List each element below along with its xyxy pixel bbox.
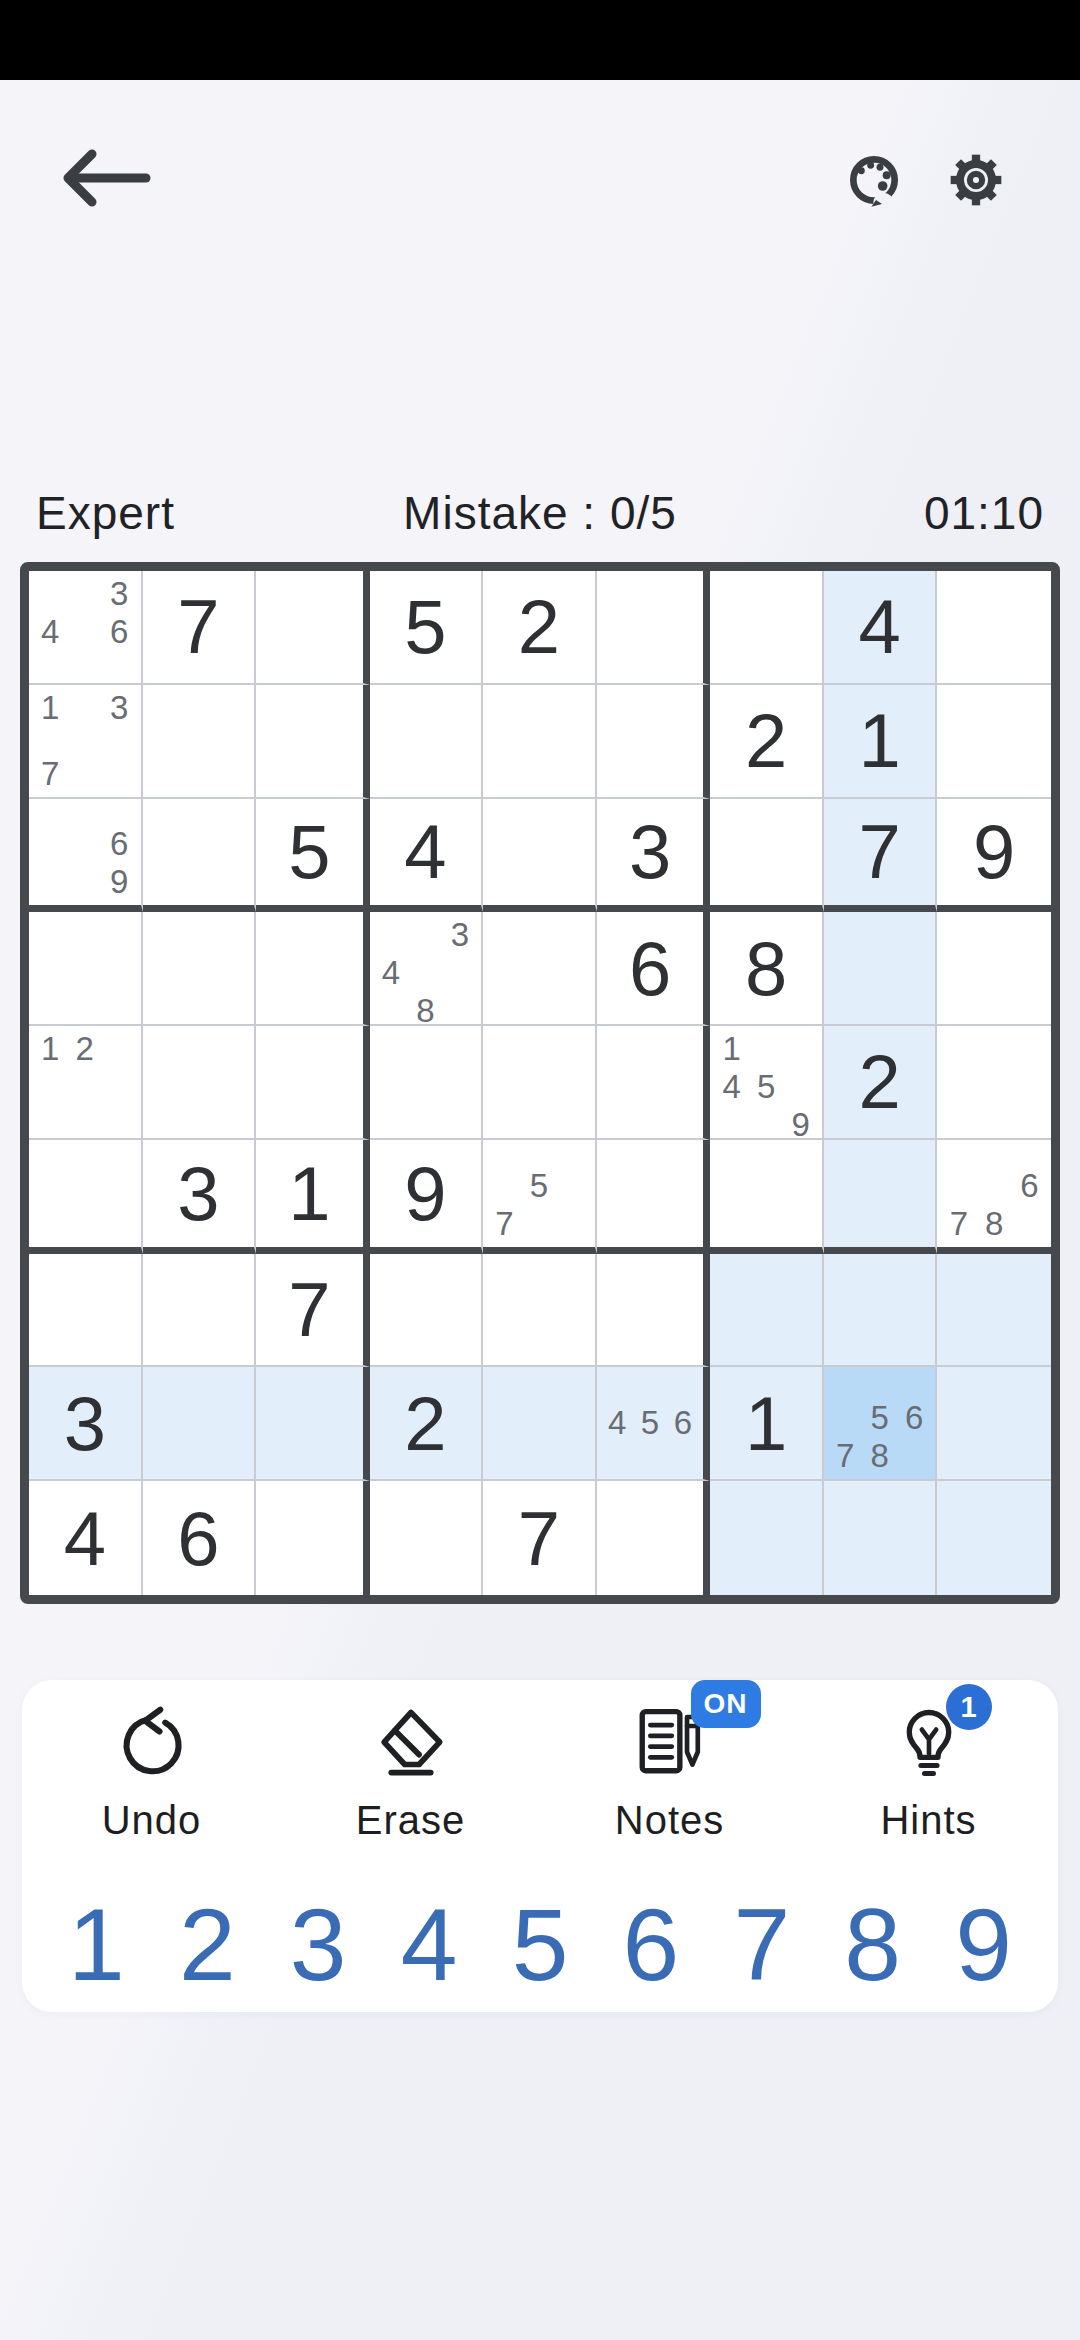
cell-r1c1[interactable]: 346 (29, 571, 143, 685)
sudoku-board: 3467524137216954379348681214592319576787… (20, 562, 1060, 1604)
cell-r7c1[interactable] (29, 1254, 143, 1368)
cell-r7c2[interactable] (143, 1254, 257, 1368)
numpad-key-6[interactable]: 6 (623, 1894, 680, 1996)
numpad-key-8[interactable]: 8 (844, 1894, 901, 1996)
cell-r8c8[interactable]: 5678 (824, 1367, 938, 1481)
cell-r4c1[interactable] (29, 912, 143, 1026)
cell-r6c7[interactable] (710, 1140, 824, 1254)
cell-r2c6[interactable] (597, 685, 711, 799)
cell-r2c7[interactable]: 2 (710, 685, 824, 799)
difficulty-label: Expert (36, 486, 403, 540)
cell-r2c5[interactable] (483, 685, 597, 799)
erase-button[interactable]: Erase (281, 1700, 540, 1843)
cell-r5c3[interactable] (256, 1026, 370, 1140)
cell-r2c9[interactable] (937, 685, 1051, 799)
cell-r7c6[interactable] (597, 1254, 711, 1368)
cell-r1c5[interactable]: 2 (483, 571, 597, 685)
cell-r5c6[interactable] (597, 1026, 711, 1140)
back-arrow-icon (58, 142, 154, 214)
hints-count-badge: 1 (946, 1684, 992, 1730)
cell-r4c5[interactable] (483, 912, 597, 1026)
cell-r4c8[interactable] (824, 912, 938, 1026)
status-bar (0, 0, 1080, 80)
cell-r5c1[interactable]: 12 (29, 1026, 143, 1140)
cell-r8c1[interactable]: 3 (29, 1367, 143, 1481)
control-panel: Undo Erase (22, 1680, 1058, 2012)
cell-r9c2[interactable]: 6 (143, 1481, 257, 1595)
back-button[interactable] (58, 142, 154, 214)
hints-label: Hints (880, 1798, 976, 1843)
cell-r3c5[interactable] (483, 799, 597, 913)
cell-r6c9[interactable]: 678 (937, 1140, 1051, 1254)
eraser-icon (368, 1700, 454, 1786)
cell-r5c5[interactable] (483, 1026, 597, 1140)
theme-button[interactable] (842, 148, 906, 212)
game-info-bar: Expert Mistake : 0/5 01:10 (0, 486, 1080, 540)
cell-r3c1[interactable]: 69 (29, 799, 143, 913)
numpad-key-1[interactable]: 1 (68, 1894, 125, 1996)
cell-r9c7[interactable] (710, 1481, 824, 1595)
cell-r6c1[interactable] (29, 1140, 143, 1254)
palette-icon (842, 148, 906, 212)
hints-button[interactable]: 1 Hints (799, 1700, 1058, 1843)
erase-label: Erase (356, 1798, 466, 1843)
cell-r8c4[interactable]: 2 (370, 1367, 484, 1481)
cell-r7c4[interactable] (370, 1254, 484, 1368)
numpad-key-5[interactable]: 5 (512, 1894, 569, 1996)
cell-r8c5[interactable] (483, 1367, 597, 1481)
timer: 01:10 (677, 486, 1044, 540)
numpad-key-4[interactable]: 4 (401, 1894, 458, 1996)
cell-r7c3[interactable]: 7 (256, 1254, 370, 1368)
cell-r9c4[interactable] (370, 1481, 484, 1595)
cell-r4c7[interactable]: 8 (710, 912, 824, 1026)
cell-r9c3[interactable] (256, 1481, 370, 1595)
cell-r6c3[interactable]: 1 (256, 1140, 370, 1254)
cell-r2c2[interactable] (143, 685, 257, 799)
cell-r1c6[interactable] (597, 571, 711, 685)
cell-r5c4[interactable] (370, 1026, 484, 1140)
cell-r6c5[interactable]: 57 (483, 1140, 597, 1254)
cell-r3c6[interactable]: 3 (597, 799, 711, 913)
cell-r4c6[interactable]: 6 (597, 912, 711, 1026)
cell-r4c4[interactable]: 348 (370, 912, 484, 1026)
cell-r5c2[interactable] (143, 1026, 257, 1140)
cell-r3c7[interactable] (710, 799, 824, 913)
cell-r3c3[interactable]: 5 (256, 799, 370, 913)
gear-icon (944, 148, 1008, 212)
cell-r6c2[interactable]: 3 (143, 1140, 257, 1254)
notes-on-badge: ON (691, 1680, 761, 1728)
mistake-counter: Mistake : 0/5 (403, 486, 677, 540)
cell-r8c7[interactable]: 1 (710, 1367, 824, 1481)
numpad-key-2[interactable]: 2 (179, 1894, 236, 1996)
cell-r1c8[interactable]: 4 (824, 571, 938, 685)
cell-r6c8[interactable] (824, 1140, 938, 1254)
cell-r8c9[interactable] (937, 1367, 1051, 1481)
undo-button[interactable]: Undo (22, 1700, 281, 1843)
cell-r4c2[interactable] (143, 912, 257, 1026)
cell-r3c9[interactable]: 9 (937, 799, 1051, 913)
sudoku-app-screen: Expert Mistake : 0/5 01:10 3467524137216… (0, 0, 1080, 2340)
cell-r9c6[interactable] (597, 1481, 711, 1595)
cell-r3c4[interactable]: 4 (370, 799, 484, 913)
cell-r5c9[interactable] (937, 1026, 1051, 1140)
cell-r7c9[interactable] (937, 1254, 1051, 1368)
cell-r7c8[interactable] (824, 1254, 938, 1368)
cell-r8c3[interactable] (256, 1367, 370, 1481)
cell-r4c9[interactable] (937, 912, 1051, 1026)
cell-r2c1[interactable]: 137 (29, 685, 143, 799)
undo-icon (109, 1700, 195, 1786)
cell-r6c6[interactable] (597, 1140, 711, 1254)
cell-r2c3[interactable] (256, 685, 370, 799)
cell-r3c8[interactable]: 7 (824, 799, 938, 913)
cell-r9c8[interactable] (824, 1481, 938, 1595)
notes-button[interactable]: ON Notes (540, 1700, 799, 1843)
cell-r3c2[interactable] (143, 799, 257, 913)
cell-r8c6[interactable]: 456 (597, 1367, 711, 1481)
cell-r7c7[interactable] (710, 1254, 824, 1368)
cell-r1c9[interactable] (937, 571, 1051, 685)
number-pad: 1 2 3 4 5 6 7 8 9 (68, 1894, 1012, 1996)
cell-r7c5[interactable] (483, 1254, 597, 1368)
cell-r9c9[interactable] (937, 1481, 1051, 1595)
cell-r9c1[interactable]: 4 (29, 1481, 143, 1595)
cell-r6c4[interactable]: 9 (370, 1140, 484, 1254)
cell-r1c4[interactable]: 5 (370, 571, 484, 685)
numpad-key-7[interactable]: 7 (733, 1894, 790, 1996)
cell-r5c7[interactable]: 1459 (710, 1026, 824, 1140)
numpad-key-9[interactable]: 9 (955, 1894, 1012, 1996)
cell-r1c2[interactable]: 7 (143, 571, 257, 685)
cell-r5c8[interactable]: 2 (824, 1026, 938, 1140)
cell-r1c7[interactable] (710, 571, 824, 685)
cell-r4c3[interactable] (256, 912, 370, 1026)
cell-r2c4[interactable] (370, 685, 484, 799)
settings-button[interactable] (944, 148, 1008, 212)
cell-r8c2[interactable] (143, 1367, 257, 1481)
undo-label: Undo (102, 1798, 202, 1843)
numpad-key-3[interactable]: 3 (290, 1894, 347, 1996)
tool-row: Undo Erase (22, 1680, 1058, 1843)
cell-r2c8[interactable]: 1 (824, 685, 938, 799)
cell-r1c3[interactable] (256, 571, 370, 685)
cell-r9c5[interactable]: 7 (483, 1481, 597, 1595)
notes-label: Notes (615, 1798, 725, 1843)
